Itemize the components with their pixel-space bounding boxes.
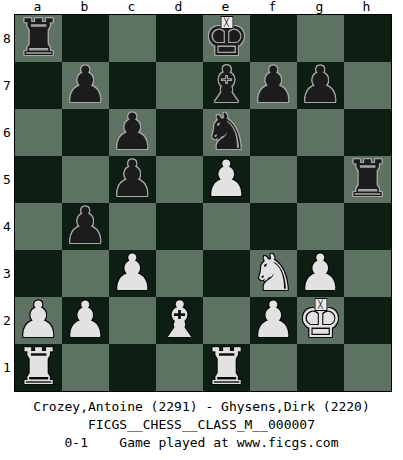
- square-c5[interactable]: ♟: [109, 156, 156, 203]
- square-b7[interactable]: ♟: [62, 62, 109, 109]
- piece-black-pawn-c5[interactable]: ♟: [110, 156, 155, 203]
- file-labels: abcdefgh: [14, 0, 392, 14]
- piece-white-knight-f3[interactable]: ♞: [251, 250, 296, 297]
- square-b3[interactable]: [62, 250, 109, 297]
- rank-label-1: 1: [0, 344, 14, 391]
- square-c2[interactable]: [109, 297, 156, 344]
- square-e2[interactable]: [203, 297, 250, 344]
- file-label-c: c: [108, 0, 155, 14]
- king-marker-icon: ╳: [314, 298, 327, 311]
- square-h5[interactable]: ♜: [344, 156, 391, 203]
- square-e8[interactable]: ♚╳: [203, 15, 250, 62]
- square-d7[interactable]: [156, 62, 203, 109]
- result-line: 0-1 Game played at www.ficgs.com: [0, 434, 403, 452]
- square-a5[interactable]: [15, 156, 62, 203]
- square-c3[interactable]: ♟: [109, 250, 156, 297]
- file-label-b: b: [61, 0, 108, 14]
- piece-white-rook-e1[interactable]: ♜: [204, 344, 249, 391]
- square-g7[interactable]: ♟: [297, 62, 344, 109]
- square-b4[interactable]: ♟: [62, 203, 109, 250]
- caption: Crozey,Antoine (2291) - Ghysens,Dirk (22…: [0, 398, 403, 452]
- piece-white-pawn-f2[interactable]: ♟: [251, 297, 296, 344]
- square-e4[interactable]: [203, 203, 250, 250]
- chess-diagram: abcdefgh 87654321 ♜♚╳♟♝♟♟♟♞♟♟♜♟♟♞♟♟♟♝♟♚╳…: [0, 0, 403, 460]
- square-d5[interactable]: [156, 156, 203, 203]
- rank-label-5: 5: [0, 156, 14, 203]
- piece-black-bishop-e7[interactable]: ♝: [204, 62, 249, 109]
- square-h6[interactable]: [344, 109, 391, 156]
- piece-white-pawn-c3[interactable]: ♟: [110, 250, 155, 297]
- square-d6[interactable]: [156, 109, 203, 156]
- piece-black-rook-a8[interactable]: ♜: [16, 15, 61, 62]
- square-b1[interactable]: [62, 344, 109, 391]
- square-g1[interactable]: [297, 344, 344, 391]
- file-label-g: g: [296, 0, 343, 14]
- file-label-f: f: [249, 0, 296, 14]
- rank-label-3: 3: [0, 250, 14, 297]
- square-f3[interactable]: ♞: [250, 250, 297, 297]
- square-e3[interactable]: [203, 250, 250, 297]
- square-c8[interactable]: [109, 15, 156, 62]
- piece-white-rook-a1[interactable]: ♜: [16, 344, 61, 391]
- square-e6[interactable]: ♞: [203, 109, 250, 156]
- rank-label-2: 2: [0, 297, 14, 344]
- square-h3[interactable]: [344, 250, 391, 297]
- square-f8[interactable]: [250, 15, 297, 62]
- square-e5[interactable]: ♟: [203, 156, 250, 203]
- piece-white-bishop-d2[interactable]: ♝: [157, 297, 202, 344]
- piece-black-knight-e6[interactable]: ♞: [204, 109, 249, 156]
- square-a3[interactable]: [15, 250, 62, 297]
- square-h8[interactable]: [344, 15, 391, 62]
- square-d1[interactable]: [156, 344, 203, 391]
- piece-black-rook-h5[interactable]: ♜: [345, 156, 390, 203]
- players-line: Crozey,Antoine (2291) - Ghysens,Dirk (22…: [0, 398, 403, 416]
- rank-label-4: 4: [0, 203, 14, 250]
- rank-label-6: 6: [0, 109, 14, 156]
- square-h7[interactable]: [344, 62, 391, 109]
- event-line: FICGS__CHESS__CLASS_M__000007: [0, 416, 403, 434]
- chessboard: ♜♚╳♟♝♟♟♟♞♟♟♜♟♟♞♟♟♟♝♟♚╳♜♜: [14, 14, 392, 392]
- square-g4[interactable]: [297, 203, 344, 250]
- square-c1[interactable]: [109, 344, 156, 391]
- square-g8[interactable]: [297, 15, 344, 62]
- piece-white-pawn-a2[interactable]: ♟: [16, 297, 61, 344]
- rank-label-8: 8: [0, 15, 14, 62]
- square-b2[interactable]: ♟: [62, 297, 109, 344]
- square-d8[interactable]: [156, 15, 203, 62]
- square-d4[interactable]: [156, 203, 203, 250]
- rank-label-7: 7: [0, 62, 14, 109]
- square-g2[interactable]: ♚╳: [297, 297, 344, 344]
- piece-black-pawn-b4[interactable]: ♟: [63, 203, 108, 250]
- square-f4[interactable]: [250, 203, 297, 250]
- square-h1[interactable]: [344, 344, 391, 391]
- square-c7[interactable]: [109, 62, 156, 109]
- square-d2[interactable]: ♝: [156, 297, 203, 344]
- square-h2[interactable]: [344, 297, 391, 344]
- king-marker-icon: ╳: [220, 16, 233, 29]
- square-e1[interactable]: ♜: [203, 344, 250, 391]
- rank-labels: 87654321: [0, 15, 14, 391]
- square-f6[interactable]: [250, 109, 297, 156]
- square-a4[interactable]: [15, 203, 62, 250]
- square-g5[interactable]: [297, 156, 344, 203]
- square-f1[interactable]: [250, 344, 297, 391]
- file-label-h: h: [343, 0, 390, 14]
- square-g3[interactable]: ♟: [297, 250, 344, 297]
- square-a8[interactable]: ♜: [15, 15, 62, 62]
- square-b5[interactable]: [62, 156, 109, 203]
- square-f2[interactable]: ♟: [250, 297, 297, 344]
- square-h4[interactable]: [344, 203, 391, 250]
- file-label-d: d: [155, 0, 202, 14]
- square-a1[interactable]: ♜: [15, 344, 62, 391]
- piece-black-pawn-c6[interactable]: ♟: [110, 109, 155, 156]
- square-g6[interactable]: [297, 109, 344, 156]
- square-b6[interactable]: [62, 109, 109, 156]
- square-f5[interactable]: [250, 156, 297, 203]
- piece-black-pawn-b7[interactable]: ♟: [63, 62, 108, 109]
- square-c4[interactable]: [109, 203, 156, 250]
- square-c6[interactable]: ♟: [109, 109, 156, 156]
- piece-white-pawn-g3[interactable]: ♟: [298, 250, 343, 297]
- square-a2[interactable]: ♟: [15, 297, 62, 344]
- piece-black-pawn-g7[interactable]: ♟: [298, 62, 343, 109]
- square-a7[interactable]: [15, 62, 62, 109]
- square-f7[interactable]: ♟: [250, 62, 297, 109]
- square-a6[interactable]: [15, 109, 62, 156]
- piece-black-pawn-f7[interactable]: ♟: [251, 62, 296, 109]
- piece-white-pawn-b2[interactable]: ♟: [63, 297, 108, 344]
- piece-white-pawn-e5[interactable]: ♟: [204, 156, 249, 203]
- square-d3[interactable]: [156, 250, 203, 297]
- square-b8[interactable]: [62, 15, 109, 62]
- square-e7[interactable]: ♝: [203, 62, 250, 109]
